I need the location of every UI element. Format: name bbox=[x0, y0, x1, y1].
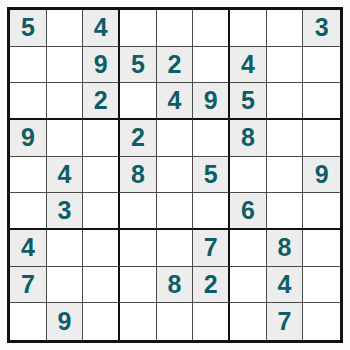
cell-r2c4[interactable]: 5 bbox=[120, 47, 157, 84]
cell-r4c5[interactable] bbox=[157, 120, 194, 157]
cell-r4c6[interactable] bbox=[193, 120, 230, 157]
cell-r8c6[interactable]: 2 bbox=[193, 267, 230, 304]
cell-r5c5[interactable] bbox=[157, 157, 194, 194]
cell-r3c2[interactable] bbox=[47, 83, 84, 120]
cell-r3c3[interactable]: 2 bbox=[83, 83, 120, 120]
cell-r6c3[interactable] bbox=[83, 193, 120, 230]
cell-r7c6[interactable]: 7 bbox=[193, 230, 230, 267]
cell-r9c9[interactable] bbox=[303, 303, 340, 340]
cell-r8c4[interactable] bbox=[120, 267, 157, 304]
cell-r7c9[interactable] bbox=[303, 230, 340, 267]
cell-r7c8[interactable]: 8 bbox=[267, 230, 304, 267]
cell-r5c6[interactable]: 5 bbox=[193, 157, 230, 194]
cell-r1c1[interactable]: 5 bbox=[10, 10, 47, 47]
cell-r2c8[interactable] bbox=[267, 47, 304, 84]
cell-r7c1[interactable]: 4 bbox=[10, 230, 47, 267]
cell-r1c5[interactable] bbox=[157, 10, 194, 47]
cell-r4c1[interactable]: 9 bbox=[10, 120, 47, 157]
cell-r1c9[interactable]: 3 bbox=[303, 10, 340, 47]
cell-r6c9[interactable] bbox=[303, 193, 340, 230]
cell-r8c2[interactable] bbox=[47, 267, 84, 304]
cell-r4c4[interactable]: 2 bbox=[120, 120, 157, 157]
cell-r6c7[interactable]: 6 bbox=[230, 193, 267, 230]
cell-r1c7[interactable] bbox=[230, 10, 267, 47]
cell-r5c4[interactable]: 8 bbox=[120, 157, 157, 194]
cell-r6c5[interactable] bbox=[157, 193, 194, 230]
cell-r6c6[interactable] bbox=[193, 193, 230, 230]
cell-r6c2[interactable]: 3 bbox=[47, 193, 84, 230]
cell-r8c8[interactable]: 4 bbox=[267, 267, 304, 304]
cell-r7c5[interactable] bbox=[157, 230, 194, 267]
cell-r2c1[interactable] bbox=[10, 47, 47, 84]
cell-r4c8[interactable] bbox=[267, 120, 304, 157]
cell-r1c8[interactable] bbox=[267, 10, 304, 47]
sudoku-board: 54395242495928485936478782497 bbox=[7, 7, 343, 343]
cell-r9c2[interactable]: 9 bbox=[47, 303, 84, 340]
cell-r3c4[interactable] bbox=[120, 83, 157, 120]
cell-r2c3[interactable]: 9 bbox=[83, 47, 120, 84]
cell-r5c2[interactable]: 4 bbox=[47, 157, 84, 194]
cell-r7c3[interactable] bbox=[83, 230, 120, 267]
cell-r3c9[interactable] bbox=[303, 83, 340, 120]
cell-r6c1[interactable] bbox=[10, 193, 47, 230]
cell-r5c1[interactable] bbox=[10, 157, 47, 194]
cell-r8c5[interactable]: 8 bbox=[157, 267, 194, 304]
cell-r7c2[interactable] bbox=[47, 230, 84, 267]
cell-r8c7[interactable] bbox=[230, 267, 267, 304]
cell-r6c8[interactable] bbox=[267, 193, 304, 230]
cell-r4c9[interactable] bbox=[303, 120, 340, 157]
cell-r4c7[interactable]: 8 bbox=[230, 120, 267, 157]
cell-r7c4[interactable] bbox=[120, 230, 157, 267]
cell-r2c9[interactable] bbox=[303, 47, 340, 84]
cell-r1c2[interactable] bbox=[47, 10, 84, 47]
cell-r3c1[interactable] bbox=[10, 83, 47, 120]
cell-r3c6[interactable]: 9 bbox=[193, 83, 230, 120]
cell-r8c3[interactable] bbox=[83, 267, 120, 304]
cell-r2c5[interactable]: 2 bbox=[157, 47, 194, 84]
cell-r6c4[interactable] bbox=[120, 193, 157, 230]
cell-r9c3[interactable] bbox=[83, 303, 120, 340]
cell-r3c7[interactable]: 5 bbox=[230, 83, 267, 120]
cell-r9c8[interactable]: 7 bbox=[267, 303, 304, 340]
cell-r1c4[interactable] bbox=[120, 10, 157, 47]
cell-r9c4[interactable] bbox=[120, 303, 157, 340]
cell-r9c5[interactable] bbox=[157, 303, 194, 340]
cell-r8c1[interactable]: 7 bbox=[10, 267, 47, 304]
cell-r4c3[interactable] bbox=[83, 120, 120, 157]
cell-r3c8[interactable] bbox=[267, 83, 304, 120]
cell-r5c3[interactable] bbox=[83, 157, 120, 194]
cell-r1c6[interactable] bbox=[193, 10, 230, 47]
cell-r9c6[interactable] bbox=[193, 303, 230, 340]
cell-r2c6[interactable] bbox=[193, 47, 230, 84]
cell-r9c7[interactable] bbox=[230, 303, 267, 340]
cell-r8c9[interactable] bbox=[303, 267, 340, 304]
cell-r2c7[interactable]: 4 bbox=[230, 47, 267, 84]
cell-r2c2[interactable] bbox=[47, 47, 84, 84]
cell-r9c1[interactable] bbox=[10, 303, 47, 340]
cell-r4c2[interactable] bbox=[47, 120, 84, 157]
cell-r5c9[interactable]: 9 bbox=[303, 157, 340, 194]
cell-r3c5[interactable]: 4 bbox=[157, 83, 194, 120]
cell-r1c3[interactable]: 4 bbox=[83, 10, 120, 47]
cell-r5c8[interactable] bbox=[267, 157, 304, 194]
cell-r5c7[interactable] bbox=[230, 157, 267, 194]
cell-r7c7[interactable] bbox=[230, 230, 267, 267]
